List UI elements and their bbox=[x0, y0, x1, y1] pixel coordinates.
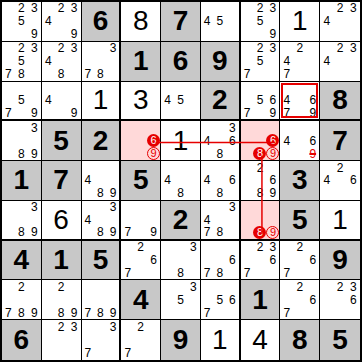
pencil-marks: 2689 bbox=[241, 161, 280, 200]
candidate-2: 2 bbox=[55, 42, 68, 55]
candidate-slot-1 bbox=[42, 42, 55, 55]
candidate-slot-8 bbox=[15, 28, 28, 41]
candidate-7: 7 bbox=[241, 107, 254, 120]
candidate-slot-9 bbox=[28, 68, 41, 81]
cell-r2c8[interactable]: 247 bbox=[280, 42, 320, 82]
candidate-slot-8 bbox=[213, 28, 226, 41]
candidate-slot-8 bbox=[333, 28, 346, 41]
candidate-slot-3 bbox=[147, 320, 160, 333]
pencil-marks: 89 bbox=[241, 201, 280, 239]
candidate-slot-5 bbox=[15, 134, 28, 147]
candidate-slot-1 bbox=[280, 121, 293, 134]
candidate-slot-6 bbox=[107, 293, 120, 306]
candidate-slot-6 bbox=[347, 15, 360, 28]
candidate-7: 7 bbox=[82, 68, 95, 81]
candidate-slot-4 bbox=[2, 15, 15, 28]
pencil-marks: 38 bbox=[161, 241, 200, 280]
cell-r8c3[interactable]: 789 bbox=[82, 280, 122, 320]
candidate-9: 9 bbox=[107, 226, 120, 239]
candidate-slot-8: 8 bbox=[253, 226, 266, 239]
candidate-slot-7 bbox=[280, 147, 293, 160]
candidate-slot-2 bbox=[15, 121, 28, 134]
candidate-slot-2 bbox=[15, 82, 28, 95]
pencil-marks: 23 bbox=[42, 320, 81, 360]
candidate-slot-3 bbox=[147, 241, 160, 254]
cell-r4c6[interactable]: 3468 bbox=[201, 121, 241, 161]
candidate-5: 5 bbox=[15, 94, 28, 107]
candidate-slot-3 bbox=[267, 82, 280, 95]
candidate-slot-1 bbox=[2, 201, 15, 214]
candidate-5: 5 bbox=[213, 293, 226, 306]
candidate-slot-4 bbox=[121, 254, 134, 267]
eliminated-candidate-9: 9 bbox=[306, 147, 319, 160]
cell-r5c8[interactable]: 3 bbox=[280, 161, 320, 201]
candidate-slot-7 bbox=[42, 68, 55, 81]
cell-r7c7[interactable]: 2367 bbox=[241, 241, 281, 281]
candidate-slot-9 bbox=[347, 187, 360, 200]
cell-r3c8[interactable]: 4679 bbox=[280, 82, 320, 122]
cell-r3c2[interactable]: 49 bbox=[42, 82, 82, 122]
cell-r2c6[interactable]: 9 bbox=[201, 42, 241, 82]
cell-r1c4[interactable]: 8 bbox=[121, 2, 161, 42]
given-digit: 5 bbox=[280, 201, 319, 239]
cell-r1c1[interactable]: 2359 bbox=[2, 2, 42, 42]
cell-r5c1[interactable]: 1 bbox=[2, 161, 42, 201]
candidate-slot-3 bbox=[68, 82, 81, 95]
cell-r4c7[interactable]: 689 bbox=[241, 121, 281, 161]
cell-r5c6[interactable]: 468 bbox=[201, 161, 241, 201]
candidate-slot-8 bbox=[174, 306, 187, 319]
cell-r3c4[interactable]: 3 bbox=[121, 82, 161, 122]
cell-r2c1[interactable]: 23578 bbox=[2, 42, 42, 82]
given-digit: 8 bbox=[280, 320, 319, 360]
cell-r3c1[interactable]: 579 bbox=[2, 82, 42, 122]
candidate-slot-1 bbox=[201, 161, 214, 174]
candidate-slot-1 bbox=[241, 42, 254, 55]
candidate-slot-2 bbox=[213, 201, 226, 214]
pencil-marks: 2789 bbox=[2, 280, 41, 319]
candidate-slot-1 bbox=[2, 42, 15, 55]
cell-r9c5[interactable]: 9 bbox=[161, 320, 201, 360]
candidate-7: 7 bbox=[121, 267, 134, 280]
cell-r2c4[interactable]: 1 bbox=[121, 42, 161, 82]
cell-r6c9[interactable]: 1 bbox=[320, 201, 360, 241]
candidate-slot-7 bbox=[121, 147, 134, 160]
candidate-8: 8 bbox=[15, 306, 28, 319]
candidate-slot-5 bbox=[293, 55, 306, 68]
candidate-slot-5 bbox=[174, 254, 187, 267]
candidate-slot-6 bbox=[28, 15, 41, 28]
candidate-slot-9 bbox=[187, 306, 200, 319]
cell-r5c4[interactable]: 5 bbox=[121, 161, 161, 201]
candidate-slot-1 bbox=[82, 161, 95, 174]
cell-r9c8[interactable]: 8 bbox=[280, 320, 320, 360]
candidate-2: 2 bbox=[333, 2, 346, 15]
candidate-slot-9 bbox=[187, 187, 200, 200]
cell-r4c3[interactable]: 2 bbox=[82, 121, 122, 161]
candidate-3: 3 bbox=[107, 320, 120, 333]
candidate-4: 4 bbox=[42, 15, 55, 28]
candidate-slot-8 bbox=[293, 147, 306, 160]
candidate-slot-5 bbox=[213, 213, 226, 226]
candidate-slot-2 bbox=[254, 82, 267, 95]
candidate-6: 6 bbox=[306, 134, 319, 147]
candidate-2: 2 bbox=[134, 320, 147, 333]
pencil-marks: 246 bbox=[320, 161, 360, 200]
cell-r1c6[interactable]: 45 bbox=[201, 2, 241, 42]
candidate-6: 6 bbox=[226, 293, 239, 306]
given-digit: 4 bbox=[121, 280, 160, 319]
candidate-slot-2 bbox=[94, 280, 107, 293]
candidate-slot-9: 9 bbox=[266, 147, 279, 160]
cell-r4c9[interactable]: 7 bbox=[320, 121, 360, 161]
cell-r8c4[interactable]: 4 bbox=[121, 280, 161, 320]
cell-r6c2[interactable]: 6 bbox=[42, 201, 82, 241]
candidate-slot-7 bbox=[161, 306, 174, 319]
candidate-slot-3 bbox=[306, 241, 319, 254]
candidate-slot-6 bbox=[28, 55, 41, 68]
cell-r8c6[interactable]: 567 bbox=[201, 280, 241, 320]
cell-r7c3[interactable]: 5 bbox=[82, 241, 122, 281]
candidate-slot-4 bbox=[121, 213, 134, 226]
candidate-slot-9 bbox=[68, 68, 81, 81]
candidate-6: 6 bbox=[347, 293, 360, 306]
cell-r9c2[interactable]: 23 bbox=[42, 320, 82, 360]
pencil-marks: 689 bbox=[241, 121, 280, 160]
candidate-slot-1 bbox=[280, 241, 293, 254]
candidate-slot-5 bbox=[333, 174, 346, 187]
candidate-slot-3 bbox=[28, 280, 41, 293]
cell-r8c8[interactable]: 267 bbox=[280, 280, 320, 320]
candidate-slot-2 bbox=[134, 201, 147, 214]
candidate-2: 2 bbox=[254, 42, 267, 55]
candidate-slot-9 bbox=[226, 267, 239, 280]
candidate-slot-5 bbox=[55, 55, 68, 68]
cell-r2c7[interactable]: 2357 bbox=[241, 42, 281, 82]
candidate-slot-3 bbox=[28, 82, 41, 95]
cell-r6c8[interactable]: 5 bbox=[280, 201, 320, 241]
candidate-slot-6 bbox=[147, 333, 160, 346]
cell-r7c8[interactable]: 267 bbox=[280, 241, 320, 281]
candidate-slot-1 bbox=[241, 201, 254, 213]
candidate-2: 2 bbox=[55, 320, 68, 333]
candidate-2: 2 bbox=[55, 280, 68, 293]
candidate-slot-5 bbox=[213, 134, 226, 147]
pencil-marks: 378 bbox=[82, 42, 120, 81]
candidate-slot-6 bbox=[347, 55, 360, 68]
pencil-marks: 2357 bbox=[241, 42, 280, 81]
candidate-slot-1 bbox=[320, 161, 333, 174]
candidate-slot-4 bbox=[42, 293, 55, 306]
candidate-slot-4 bbox=[2, 134, 15, 147]
candidate-slot-9 bbox=[187, 267, 200, 280]
cell-r5c5[interactable]: 48 bbox=[161, 161, 201, 201]
candidate-2: 2 bbox=[293, 280, 306, 293]
cell-r3c9[interactable]: 8 bbox=[320, 82, 360, 122]
cell-r2c2[interactable]: 2348 bbox=[42, 42, 82, 82]
cell-r8c9[interactable]: 236 bbox=[320, 280, 360, 320]
candidate-8: 8 bbox=[174, 187, 187, 200]
candidate-6: 6 bbox=[267, 174, 280, 187]
cell-r1c8[interactable]: 1 bbox=[280, 2, 320, 42]
candidate-slot-6 bbox=[28, 293, 41, 306]
candidate-4: 4 bbox=[320, 55, 333, 68]
cell-r6c1[interactable]: 389 bbox=[2, 201, 42, 241]
candidate-slot-1 bbox=[2, 82, 15, 95]
candidate-slot-7 bbox=[320, 187, 333, 200]
candidate-3: 3 bbox=[267, 42, 280, 55]
cell-r7c1[interactable]: 4 bbox=[2, 241, 42, 281]
cell-r6c3[interactable]: 3489 bbox=[82, 201, 122, 241]
cell-r8c2[interactable]: 289 bbox=[42, 280, 82, 320]
candidate-6: 6 bbox=[347, 174, 360, 187]
given-digit: 4 bbox=[2, 241, 41, 280]
candidate-3: 3 bbox=[68, 42, 81, 55]
cell-r9c1[interactable]: 6 bbox=[2, 320, 42, 360]
candidate-slot-1 bbox=[241, 2, 254, 15]
candidate-slot-5 bbox=[333, 55, 346, 68]
candidate-slot-6 bbox=[68, 15, 81, 28]
cell-r4c4[interactable]: 69 bbox=[121, 121, 161, 161]
sudoku-grid: 2359234968745235912342357823483781692357… bbox=[2, 2, 360, 360]
candidate-slot-7 bbox=[82, 226, 95, 239]
cell-r7c2[interactable]: 1 bbox=[42, 241, 82, 281]
candidate-slot-8 bbox=[293, 267, 306, 280]
chain-candidate-9-outlined: 9 bbox=[266, 226, 279, 239]
candidate-slot-1 bbox=[42, 82, 55, 95]
candidate-slot-7 bbox=[320, 68, 333, 81]
cell-r4c1[interactable]: 389 bbox=[2, 121, 42, 161]
candidate-2: 2 bbox=[254, 241, 267, 254]
candidate-slot-4 bbox=[82, 333, 95, 346]
candidate-9: 9 bbox=[147, 226, 160, 239]
candidate-3: 3 bbox=[347, 2, 360, 15]
pencil-marks: 45 bbox=[161, 82, 200, 120]
cell-r9c4[interactable]: 27 bbox=[121, 320, 161, 360]
cell-r1c7[interactable]: 2359 bbox=[241, 2, 281, 42]
candidate-slot-4 bbox=[2, 213, 15, 226]
candidate-slot-7 bbox=[201, 187, 214, 200]
candidate-7: 7 bbox=[201, 267, 214, 280]
candidate-4: 4 bbox=[82, 174, 95, 187]
candidate-3: 3 bbox=[107, 42, 120, 55]
candidate-slot-1 bbox=[241, 241, 254, 254]
cell-r8c5[interactable]: 35 bbox=[161, 280, 201, 320]
candidate-slot-3 bbox=[266, 201, 279, 213]
candidate-2: 2 bbox=[333, 42, 346, 55]
candidate-5: 5 bbox=[174, 293, 187, 306]
cell-r1c3[interactable]: 6 bbox=[82, 2, 122, 42]
cell-r5c2[interactable]: 7 bbox=[42, 161, 82, 201]
candidate-slot-1 bbox=[2, 280, 15, 293]
cell-r7c6[interactable]: 678 bbox=[201, 241, 241, 281]
candidate-slot-8 bbox=[134, 147, 147, 160]
cell-r3c5[interactable]: 45 bbox=[161, 82, 201, 122]
candidate-slot-2 bbox=[15, 201, 28, 214]
candidate-slot-5 bbox=[254, 174, 267, 187]
cell-r2c5[interactable]: 6 bbox=[161, 42, 201, 82]
candidate-slot-5 bbox=[213, 254, 226, 267]
cell-r1c5[interactable]: 7 bbox=[161, 2, 201, 42]
candidate-slot-1 bbox=[201, 241, 214, 254]
cell-r3c3[interactable]: 1 bbox=[82, 82, 122, 122]
candidate-slot-2 bbox=[213, 2, 226, 15]
candidate-6: 6 bbox=[226, 174, 239, 187]
candidate-slot-1 bbox=[161, 241, 174, 254]
candidate-slot-3 bbox=[68, 280, 81, 293]
candidate-slot-7 bbox=[161, 107, 174, 120]
candidate-5: 5 bbox=[254, 55, 267, 68]
candidate-slot-7 bbox=[241, 187, 254, 200]
candidate-3: 3 bbox=[28, 121, 41, 134]
candidate-4: 4 bbox=[201, 15, 214, 28]
candidate-slot-1 bbox=[2, 2, 15, 15]
candidate-slot-9 bbox=[187, 107, 200, 120]
candidate-6: 6 bbox=[147, 254, 160, 267]
candidate-8: 8 bbox=[55, 306, 68, 319]
candidate-slot-5 bbox=[55, 94, 68, 107]
candidate-slot-8 bbox=[293, 68, 306, 81]
candidate-2: 2 bbox=[15, 280, 28, 293]
cell-r6c6[interactable]: 3478 bbox=[201, 201, 241, 241]
candidate-3: 3 bbox=[267, 2, 280, 15]
candidate-slot-3 bbox=[226, 280, 239, 293]
candidate-3: 3 bbox=[226, 121, 239, 134]
candidate-slot-1 bbox=[201, 121, 214, 134]
given-digit: 7 bbox=[161, 2, 200, 41]
candidate-3: 3 bbox=[28, 42, 41, 55]
candidate-9: 9 bbox=[28, 306, 41, 319]
candidate-9: 9 bbox=[267, 107, 280, 120]
cell-r4c5[interactable]: 1 bbox=[161, 121, 201, 161]
solved-digit: 6 bbox=[42, 201, 81, 239]
candidate-3: 3 bbox=[347, 42, 360, 55]
candidate-5: 5 bbox=[254, 15, 267, 28]
given-digit: 9 bbox=[201, 42, 239, 81]
cell-r8c1[interactable]: 2789 bbox=[2, 280, 42, 320]
candidate-slot-1 bbox=[2, 121, 15, 134]
candidate-slot-1 bbox=[280, 82, 293, 95]
cell-r6c4[interactable]: 79 bbox=[121, 201, 161, 241]
pencil-marks: 567 bbox=[201, 280, 239, 319]
cell-r3c6[interactable]: 2 bbox=[201, 82, 241, 122]
cell-r3c7[interactable]: 5679 bbox=[241, 82, 281, 122]
cell-r4c8[interactable]: 469 bbox=[280, 121, 320, 161]
candidate-slot-8 bbox=[254, 28, 267, 41]
cell-r5c7[interactable]: 2689 bbox=[241, 161, 281, 201]
candidate-slot-2 bbox=[55, 82, 68, 95]
candidate-slot-3 bbox=[107, 161, 120, 174]
cell-r2c9[interactable]: 234 bbox=[320, 42, 360, 82]
candidate-slot-1 bbox=[121, 320, 134, 333]
candidate-slot-6 bbox=[267, 55, 280, 68]
candidate-slot-3 bbox=[266, 121, 279, 134]
candidate-7: 7 bbox=[241, 267, 254, 280]
cell-r1c2[interactable]: 2349 bbox=[42, 2, 82, 42]
solved-digit: 1 bbox=[320, 201, 360, 239]
cell-r9c7[interactable]: 4 bbox=[241, 320, 281, 360]
cell-r7c5[interactable]: 38 bbox=[161, 241, 201, 281]
cell-r4c2[interactable]: 5 bbox=[42, 121, 82, 161]
candidate-9: 9 bbox=[107, 306, 120, 319]
cell-r7c9[interactable]: 9 bbox=[320, 241, 360, 281]
candidate-2: 2 bbox=[254, 2, 267, 15]
candidate-slot-8 bbox=[134, 347, 147, 360]
cell-r6c5[interactable]: 2 bbox=[161, 201, 201, 241]
candidate-slot-9 bbox=[347, 306, 360, 319]
candidate-slot-4 bbox=[201, 293, 214, 306]
pencil-marks: 469 bbox=[280, 121, 319, 160]
candidate-slot-5 bbox=[94, 293, 107, 306]
given-digit: 7 bbox=[42, 161, 81, 200]
cell-r9c3[interactable]: 37 bbox=[82, 320, 122, 360]
solved-digit: 4 bbox=[241, 320, 280, 360]
candidate-9: 9 bbox=[28, 28, 41, 41]
candidate-slot-7 bbox=[201, 28, 214, 41]
candidate-slot-3 bbox=[306, 280, 319, 293]
cell-r1c9[interactable]: 234 bbox=[320, 2, 360, 42]
cell-r8c7[interactable]: 1 bbox=[241, 280, 281, 320]
candidate-slot-9 bbox=[68, 347, 81, 360]
cell-r9c6[interactable]: 1 bbox=[201, 320, 241, 360]
pencil-marks: 234 bbox=[320, 42, 360, 81]
candidate-slot-6 bbox=[187, 94, 200, 107]
candidate-slot-7 bbox=[241, 28, 254, 41]
candidate-slot-8 bbox=[15, 107, 28, 120]
candidate-slot-5 bbox=[134, 134, 147, 147]
candidate-slot-2 bbox=[94, 320, 107, 333]
candidate-slot-4 bbox=[241, 213, 254, 225]
candidate-slot-4 bbox=[2, 55, 15, 68]
candidate-5: 5 bbox=[254, 94, 267, 107]
candidate-slot-1 bbox=[201, 201, 214, 214]
solved-digit: 1 bbox=[280, 2, 319, 41]
candidate-slot-7 bbox=[2, 226, 15, 239]
candidate-slot-3 bbox=[306, 42, 319, 55]
candidate-slot-9 bbox=[226, 306, 239, 319]
candidate-4: 4 bbox=[161, 94, 174, 107]
candidate-4: 4 bbox=[280, 55, 293, 68]
pencil-marks: 5679 bbox=[241, 82, 280, 120]
candidate-slot-7 bbox=[320, 306, 333, 319]
cell-r9c9[interactable]: 5 bbox=[320, 320, 360, 360]
cell-r7c4[interactable]: 267 bbox=[121, 241, 161, 281]
candidate-slot-5 bbox=[253, 134, 266, 147]
candidate-slot-6 bbox=[226, 213, 239, 226]
candidate-8: 8 bbox=[213, 226, 226, 239]
candidate-slot-2 bbox=[253, 121, 266, 134]
candidate-3: 3 bbox=[267, 241, 280, 254]
candidate-slot-7 bbox=[201, 147, 214, 160]
candidate-slot-6 bbox=[187, 293, 200, 306]
candidate-slot-6 bbox=[68, 55, 81, 68]
candidate-9: 9 bbox=[267, 187, 280, 200]
candidate-slot-5 bbox=[94, 55, 107, 68]
cell-r6c7[interactable]: 89 bbox=[241, 201, 281, 241]
candidate-slot-3 bbox=[267, 161, 280, 174]
candidate-slot-5 bbox=[293, 94, 306, 107]
candidate-slot-9 bbox=[267, 68, 280, 81]
candidate-slot-4 bbox=[42, 333, 55, 346]
cell-r2c3[interactable]: 378 bbox=[82, 42, 122, 82]
candidate-slot-7 bbox=[320, 28, 333, 41]
candidate-7: 7 bbox=[2, 306, 15, 319]
cell-r5c9[interactable]: 246 bbox=[320, 161, 360, 201]
candidate-7: 7 bbox=[280, 68, 293, 81]
cell-r5c3[interactable]: 489 bbox=[82, 161, 122, 201]
given-digit: 9 bbox=[161, 320, 200, 360]
candidate-slot-8 bbox=[333, 187, 346, 200]
